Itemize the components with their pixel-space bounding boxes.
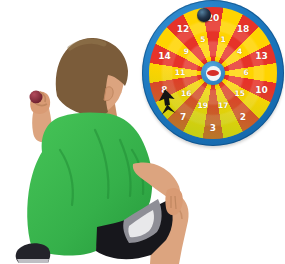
dartboard: 2011841361015217319716811149125 (142, 0, 284, 146)
boy-shoe-sole (17, 259, 49, 263)
boy-hair (56, 38, 128, 116)
bullseye-white-ring (206, 66, 221, 81)
bullseye (201, 61, 225, 85)
brand-logo-oval (207, 70, 219, 76)
dart-arrow-piece (155, 88, 178, 117)
scene: 2011841361015217319716811149125 (0, 0, 285, 264)
dart-ball-piece (197, 8, 211, 22)
dart-arrow-icon (155, 88, 178, 117)
